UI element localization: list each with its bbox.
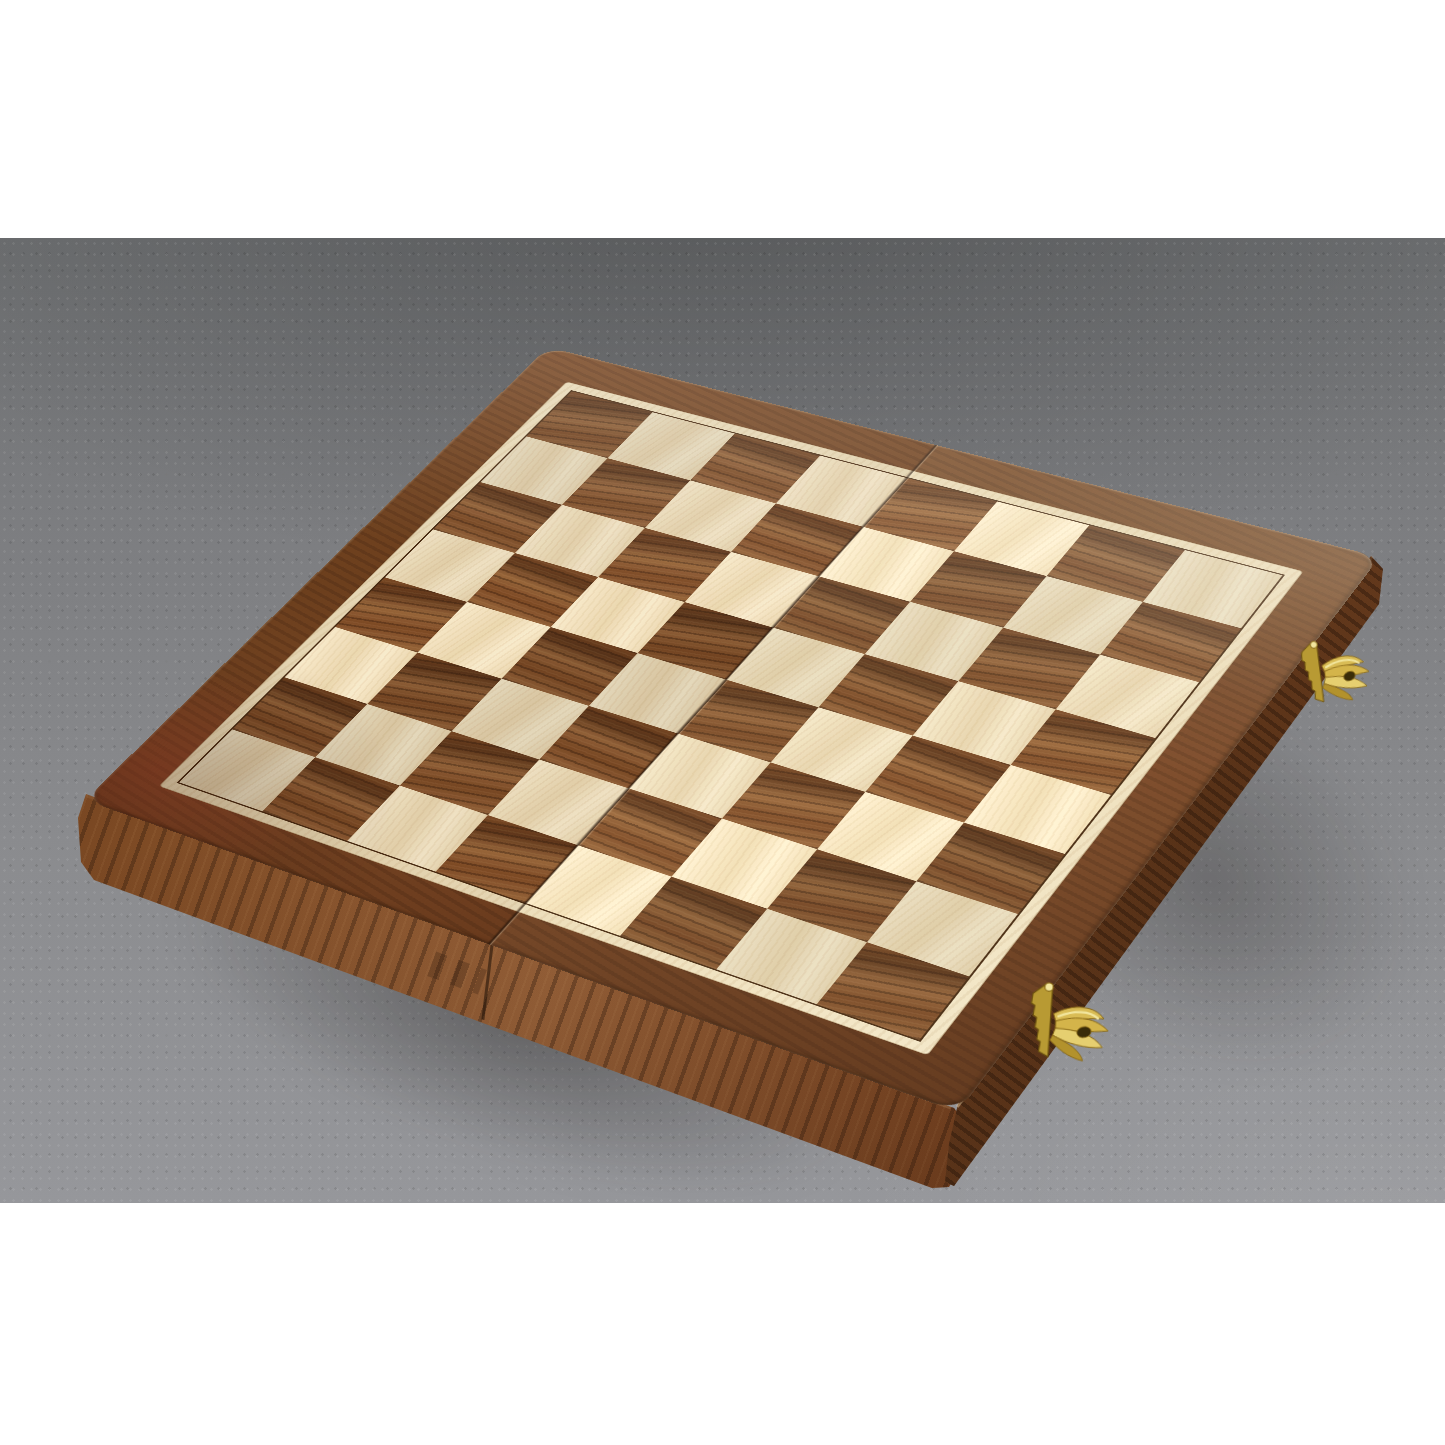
brass-clasp-upper: [1280, 629, 1392, 732]
brass-clasp-lower: [1004, 978, 1129, 1092]
product-photo-canvas: { "game": "chess", "scene": "Empty foldi…: [0, 0, 1445, 1445]
scene: [0, 238, 1445, 1203]
photo-backdrop: [0, 238, 1445, 1203]
